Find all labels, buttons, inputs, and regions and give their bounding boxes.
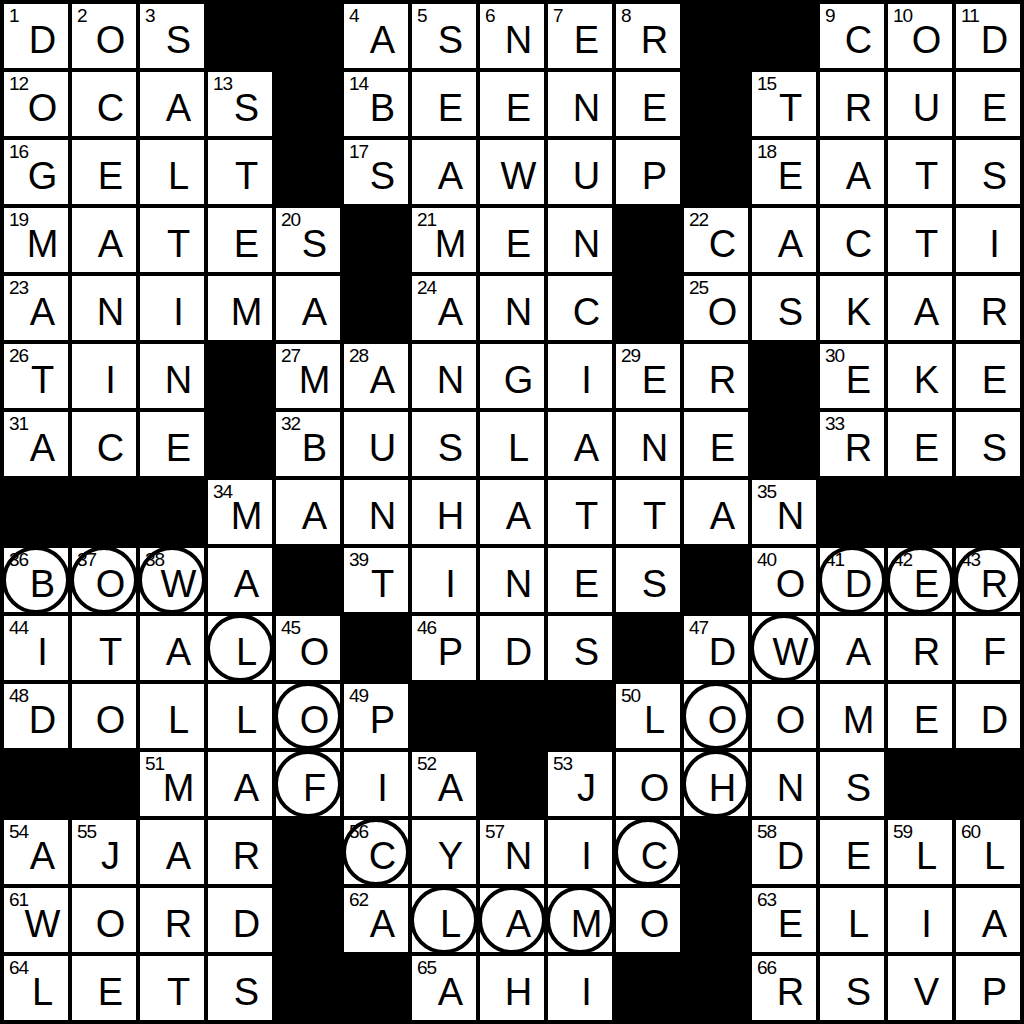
- fill-letter: L: [221, 697, 272, 743]
- cell-r13c14[interactable]: 59L: [888, 820, 952, 884]
- cell-r3c1[interactable]: 16G: [4, 140, 68, 204]
- cell-r11c12[interactable]: O: [752, 684, 816, 748]
- cell-r1c9[interactable]: 7E: [548, 4, 612, 68]
- cell-r15c7[interactable]: 65A: [412, 956, 476, 1020]
- cell-r12c4[interactable]: A: [208, 752, 272, 816]
- fill-letter: E: [901, 697, 952, 743]
- cell-r14c3[interactable]: R: [140, 888, 204, 952]
- cell-r10c1[interactable]: 44I: [4, 616, 68, 680]
- cell-r15c12[interactable]: 66R: [752, 956, 816, 1020]
- fill-letter: K: [901, 357, 952, 403]
- cell-r4c12[interactable]: A: [752, 208, 816, 272]
- cell-r12c7[interactable]: 52A: [412, 752, 476, 816]
- cell-r13c1[interactable]: 54A: [4, 820, 68, 884]
- cell-r8c9[interactable]: T: [548, 480, 612, 544]
- cell-r14c2[interactable]: O: [72, 888, 136, 952]
- cell-r13c13[interactable]: E: [820, 820, 884, 884]
- fill-letter: E: [425, 85, 476, 131]
- fill-letter: T: [153, 969, 204, 1015]
- fill-letter: I: [901, 901, 952, 947]
- cell-r9c1[interactable]: 36B: [4, 548, 68, 612]
- cell-r7c6[interactable]: U: [344, 412, 408, 476]
- cell-r10c11[interactable]: 47D: [684, 616, 748, 680]
- clue-number: 38: [145, 548, 164, 572]
- black-square-r11c9: [548, 684, 612, 748]
- cell-r5c9[interactable]: C: [548, 276, 612, 340]
- cell-r15c4[interactable]: S: [208, 956, 272, 1020]
- cell-r7c3[interactable]: E: [140, 412, 204, 476]
- cell-r1c6[interactable]: 4A: [344, 4, 408, 68]
- cell-r1c15[interactable]: 11D: [956, 4, 1020, 68]
- cell-r8c7[interactable]: H: [412, 480, 476, 544]
- fill-letter: H: [425, 493, 476, 539]
- cell-r15c2[interactable]: E: [72, 956, 136, 1020]
- black-square-r1c4: [208, 4, 272, 68]
- cell-r4c14[interactable]: T: [888, 208, 952, 272]
- cell-r13c4[interactable]: R: [208, 820, 272, 884]
- cell-r13c3[interactable]: A: [140, 820, 204, 884]
- black-square-r12c1: [4, 752, 68, 816]
- cell-r2c12[interactable]: 15T: [752, 72, 816, 136]
- black-square-r11c8: [480, 684, 544, 748]
- cell-r9c10[interactable]: S: [616, 548, 680, 612]
- cell-r11c13[interactable]: M: [820, 684, 884, 748]
- cell-r2c13[interactable]: R: [820, 72, 884, 136]
- cell-r1c13[interactable]: 9C: [820, 4, 884, 68]
- black-square-r14c5: [276, 888, 340, 952]
- cell-r9c2[interactable]: 37O: [72, 548, 136, 612]
- cell-r9c8[interactable]: N: [480, 548, 544, 612]
- cell-r11c2[interactable]: O: [72, 684, 136, 748]
- cell-r14c13[interactable]: L: [820, 888, 884, 952]
- cell-r10c14[interactable]: R: [888, 616, 952, 680]
- cell-r11c11[interactable]: O: [684, 684, 748, 748]
- fill-letter: O: [697, 697, 748, 743]
- clue-number: 30: [825, 344, 844, 368]
- cell-r4c8[interactable]: E: [480, 208, 544, 272]
- cell-r13c6[interactable]: 56C: [344, 820, 408, 884]
- clue-number: 31: [9, 412, 28, 436]
- cell-r15c14[interactable]: V: [888, 956, 952, 1020]
- clue-number: 1: [9, 4, 19, 28]
- cell-r3c15[interactable]: S: [956, 140, 1020, 204]
- fill-letter: A: [357, 17, 408, 63]
- cell-r9c3[interactable]: 38W: [140, 548, 204, 612]
- cell-r11c1[interactable]: 48D: [4, 684, 68, 748]
- fill-letter: N: [493, 17, 544, 63]
- cell-r4c3[interactable]: T: [140, 208, 204, 272]
- cell-r6c11[interactable]: R: [684, 344, 748, 408]
- clue-number: 55: [77, 820, 96, 844]
- cell-r14c15[interactable]: A: [956, 888, 1020, 952]
- fill-letter: N: [493, 289, 544, 335]
- fill-letter: L: [833, 901, 884, 947]
- black-square-r7c12: [752, 412, 816, 476]
- cell-r14c12[interactable]: 63E: [752, 888, 816, 952]
- fill-letter: W: [765, 629, 816, 675]
- cell-r4c11[interactable]: 22C: [684, 208, 748, 272]
- fill-letter: F: [969, 629, 1020, 675]
- fill-letter: L: [493, 425, 544, 471]
- fill-letter: E: [697, 425, 748, 471]
- cell-r2c4[interactable]: 13S: [208, 72, 272, 136]
- cell-r12c11[interactable]: H: [684, 752, 748, 816]
- fill-letter: N: [765, 765, 816, 811]
- cell-r6c15[interactable]: E: [956, 344, 1020, 408]
- cell-r7c5[interactable]: 32B: [276, 412, 340, 476]
- cell-r1c1[interactable]: 1D: [4, 4, 68, 68]
- clue-number: 40: [757, 548, 776, 572]
- cell-r8c6[interactable]: N: [344, 480, 408, 544]
- cell-r14c9[interactable]: M: [548, 888, 612, 952]
- cell-r11c14[interactable]: E: [888, 684, 952, 748]
- cell-r2c15[interactable]: E: [956, 72, 1020, 136]
- fill-letter: I: [561, 833, 612, 879]
- cell-r15c8[interactable]: H: [480, 956, 544, 1020]
- clue-number: 26: [9, 344, 28, 368]
- black-square-r10c10: [616, 616, 680, 680]
- cell-r10c5[interactable]: 45O: [276, 616, 340, 680]
- cell-r3c8[interactable]: W: [480, 140, 544, 204]
- cell-r10c13[interactable]: A: [820, 616, 884, 680]
- clue-number: 8: [621, 4, 631, 28]
- fill-letter: K: [833, 289, 884, 335]
- cell-r14c4[interactable]: D: [208, 888, 272, 952]
- fill-letter: W: [493, 153, 544, 199]
- cell-r6c8[interactable]: G: [480, 344, 544, 408]
- cell-r2c14[interactable]: U: [888, 72, 952, 136]
- cell-r9c15[interactable]: 43R: [956, 548, 1020, 612]
- cell-r9c7[interactable]: I: [412, 548, 476, 612]
- cell-r8c5[interactable]: A: [276, 480, 340, 544]
- cell-r14c1[interactable]: 61W: [4, 888, 68, 952]
- cell-r15c1[interactable]: 64L: [4, 956, 68, 1020]
- cell-r3c12[interactable]: 18E: [752, 140, 816, 204]
- cell-r13c8[interactable]: 57N: [480, 820, 544, 884]
- black-square-r8c3: [140, 480, 204, 544]
- clue-number: 14: [349, 72, 368, 96]
- black-square-r10c6: [344, 616, 408, 680]
- cell-r13c15[interactable]: 60L: [956, 820, 1020, 884]
- cell-r11c5[interactable]: O: [276, 684, 340, 748]
- cell-r15c13[interactable]: S: [820, 956, 884, 1020]
- cell-r3c10[interactable]: P: [616, 140, 680, 204]
- cell-r11c10[interactable]: 50L: [616, 684, 680, 748]
- fill-letter: R: [697, 357, 748, 403]
- fill-letter: E: [901, 425, 952, 471]
- cell-r6c7[interactable]: N: [412, 344, 476, 408]
- fill-letter: N: [561, 85, 612, 131]
- fill-letter: A: [697, 493, 748, 539]
- cell-r9c12[interactable]: 40O: [752, 548, 816, 612]
- cell-r7c1[interactable]: 31A: [4, 412, 68, 476]
- clue-number: 61: [9, 888, 28, 912]
- cell-r11c15[interactable]: D: [956, 684, 1020, 748]
- black-square-r4c10: [616, 208, 680, 272]
- cell-r5c5[interactable]: A: [276, 276, 340, 340]
- fill-letter: O: [85, 17, 136, 63]
- cell-r2c3[interactable]: A: [140, 72, 204, 136]
- fill-letter: P: [629, 153, 680, 199]
- cell-r5c14[interactable]: A: [888, 276, 952, 340]
- fill-letter: A: [833, 629, 884, 675]
- cell-r6c2[interactable]: I: [72, 344, 136, 408]
- cell-r5c11[interactable]: 25O: [684, 276, 748, 340]
- clue-number: 43: [961, 548, 980, 572]
- fill-letter: A: [289, 493, 340, 539]
- cell-r4c9[interactable]: N: [548, 208, 612, 272]
- black-square-r12c8: [480, 752, 544, 816]
- cell-r6c13[interactable]: 30E: [820, 344, 884, 408]
- clue-number: 33: [825, 412, 844, 436]
- cell-r11c4[interactable]: L: [208, 684, 272, 748]
- cell-r14c10[interactable]: O: [616, 888, 680, 952]
- cell-r13c10[interactable]: C: [616, 820, 680, 884]
- cell-r9c6[interactable]: 39T: [344, 548, 408, 612]
- fill-letter: A: [425, 153, 476, 199]
- fill-letter: R: [901, 629, 952, 675]
- cell-r7c9[interactable]: A: [548, 412, 612, 476]
- cell-r8c8[interactable]: A: [480, 480, 544, 544]
- cell-r14c14[interactable]: I: [888, 888, 952, 952]
- cell-r9c4[interactable]: A: [208, 548, 272, 612]
- clue-number: 37: [77, 548, 96, 572]
- fill-letter: R: [221, 833, 272, 879]
- fill-letter: U: [561, 153, 612, 199]
- cell-r3c6[interactable]: 17S: [344, 140, 408, 204]
- fill-letter: N: [629, 425, 680, 471]
- clue-number: 65: [417, 956, 436, 980]
- cell-r8c12[interactable]: 35N: [752, 480, 816, 544]
- cell-r5c4[interactable]: M: [208, 276, 272, 340]
- cell-r3c13[interactable]: A: [820, 140, 884, 204]
- fill-letter: S: [833, 969, 884, 1015]
- black-square-r7c4: [208, 412, 272, 476]
- fill-letter: N: [561, 221, 612, 267]
- fill-letter: S: [629, 561, 680, 607]
- black-square-r13c5: [276, 820, 340, 884]
- clue-number: 53: [553, 752, 572, 776]
- fill-letter: R: [153, 901, 204, 947]
- cell-r3c9[interactable]: U: [548, 140, 612, 204]
- cell-r9c13[interactable]: 41D: [820, 548, 884, 612]
- cell-r13c2[interactable]: 55J: [72, 820, 136, 884]
- cell-r10c8[interactable]: D: [480, 616, 544, 680]
- cell-r15c3[interactable]: T: [140, 956, 204, 1020]
- black-square-r13c11: [684, 820, 748, 884]
- cell-r6c6[interactable]: 28A: [344, 344, 408, 408]
- fill-letter: R: [833, 85, 884, 131]
- cell-r5c8[interactable]: N: [480, 276, 544, 340]
- black-square-r1c11: [684, 4, 748, 68]
- clue-number: 50: [621, 684, 640, 708]
- cell-r4c4[interactable]: E: [208, 208, 272, 272]
- cell-r6c9[interactable]: I: [548, 344, 612, 408]
- cell-r8c11[interactable]: A: [684, 480, 748, 544]
- cell-r14c8[interactable]: A: [480, 888, 544, 952]
- cell-r13c9[interactable]: I: [548, 820, 612, 884]
- cell-r4c7[interactable]: 21M: [412, 208, 476, 272]
- fill-letter: A: [221, 561, 272, 607]
- cell-r4c5[interactable]: 20S: [276, 208, 340, 272]
- cell-r10c9[interactable]: S: [548, 616, 612, 680]
- clue-number: 23: [9, 276, 28, 300]
- fill-letter: S: [765, 289, 816, 335]
- cell-r3c14[interactable]: T: [888, 140, 952, 204]
- black-square-r3c11: [684, 140, 748, 204]
- clue-number: 12: [9, 72, 28, 96]
- cell-r6c14[interactable]: K: [888, 344, 952, 408]
- cell-r11c6[interactable]: 49P: [344, 684, 408, 748]
- cell-r7c2[interactable]: C: [72, 412, 136, 476]
- cell-r5c3[interactable]: I: [140, 276, 204, 340]
- cell-r13c12[interactable]: 58D: [752, 820, 816, 884]
- clue-number: 19: [9, 208, 28, 232]
- cell-r7c7[interactable]: S: [412, 412, 476, 476]
- fill-letter: O: [85, 901, 136, 947]
- cell-r6c1[interactable]: 26T: [4, 344, 68, 408]
- clue-number: 11: [961, 4, 979, 28]
- cell-r7c11[interactable]: E: [684, 412, 748, 476]
- clue-number: 41: [825, 548, 844, 572]
- cell-r4c15[interactable]: I: [956, 208, 1020, 272]
- fill-letter: M: [833, 697, 884, 743]
- fill-letter: S: [561, 629, 612, 675]
- cell-r3c4[interactable]: T: [208, 140, 272, 204]
- cell-r14c7[interactable]: L: [412, 888, 476, 952]
- cell-r4c2[interactable]: A: [72, 208, 136, 272]
- cell-r7c14[interactable]: E: [888, 412, 952, 476]
- black-square-r6c12: [752, 344, 816, 408]
- fill-letter: A: [153, 629, 204, 675]
- cell-r2c6[interactable]: 14B: [344, 72, 408, 136]
- cell-r10c4[interactable]: L: [208, 616, 272, 680]
- cell-r3c2[interactable]: E: [72, 140, 136, 204]
- fill-letter: S: [969, 425, 1020, 471]
- cell-r1c2[interactable]: 2O: [72, 4, 136, 68]
- cell-r13c7[interactable]: Y: [412, 820, 476, 884]
- fill-letter: I: [561, 969, 612, 1015]
- cell-r2c7[interactable]: E: [412, 72, 476, 136]
- cell-r10c12[interactable]: W: [752, 616, 816, 680]
- cell-r6c5[interactable]: 27M: [276, 344, 340, 408]
- clue-number: 46: [417, 616, 436, 640]
- cell-r5c12[interactable]: S: [752, 276, 816, 340]
- cell-r9c9[interactable]: E: [548, 548, 612, 612]
- cell-r4c13[interactable]: C: [820, 208, 884, 272]
- clue-number: 2: [77, 4, 87, 28]
- cell-r2c10[interactable]: E: [616, 72, 680, 136]
- cell-r10c2[interactable]: T: [72, 616, 136, 680]
- cell-r12c9[interactable]: 53J: [548, 752, 612, 816]
- fill-letter: A: [969, 901, 1020, 947]
- clue-number: 6: [485, 4, 495, 28]
- cell-r3c3[interactable]: L: [140, 140, 204, 204]
- fill-letter: E: [153, 425, 204, 471]
- fill-letter: S: [425, 425, 476, 471]
- cell-r12c13[interactable]: S: [820, 752, 884, 816]
- cell-r12c5[interactable]: F: [276, 752, 340, 816]
- cell-r10c3[interactable]: A: [140, 616, 204, 680]
- clue-number: 48: [9, 684, 28, 708]
- cell-r2c2[interactable]: C: [72, 72, 136, 136]
- cell-r7c13[interactable]: 33R: [820, 412, 884, 476]
- cell-r9c14[interactable]: 42E: [888, 548, 952, 612]
- clue-number: 24: [417, 276, 436, 300]
- cell-r1c10[interactable]: 8R: [616, 4, 680, 68]
- cell-r2c8[interactable]: E: [480, 72, 544, 136]
- cell-r2c9[interactable]: N: [548, 72, 612, 136]
- cell-r8c4[interactable]: 34M: [208, 480, 272, 544]
- cell-r10c15[interactable]: F: [956, 616, 1020, 680]
- black-square-r1c12: [752, 4, 816, 68]
- cell-r6c10[interactable]: 29E: [616, 344, 680, 408]
- black-square-r6c4: [208, 344, 272, 408]
- fill-letter: D: [493, 629, 544, 675]
- fill-letter: E: [561, 561, 612, 607]
- clue-number: 39: [349, 548, 368, 572]
- cell-r14c6[interactable]: 62A: [344, 888, 408, 952]
- clue-number: 45: [281, 616, 300, 640]
- fill-letter: E: [969, 357, 1020, 403]
- cell-r1c7[interactable]: 5S: [412, 4, 476, 68]
- fill-letter: I: [357, 765, 408, 811]
- black-square-r5c6: [344, 276, 408, 340]
- cell-r12c3[interactable]: 51M: [140, 752, 204, 816]
- cell-r15c9[interactable]: I: [548, 956, 612, 1020]
- cell-r4c1[interactable]: 19M: [4, 208, 68, 272]
- fill-letter: I: [425, 561, 476, 607]
- cell-r1c14[interactable]: 10O: [888, 4, 952, 68]
- cell-r12c6[interactable]: I: [344, 752, 408, 816]
- cell-r5c13[interactable]: K: [820, 276, 884, 340]
- fill-letter: S: [833, 765, 884, 811]
- clue-number: 10: [893, 4, 912, 28]
- black-square-r11c7: [412, 684, 476, 748]
- fill-letter: I: [561, 357, 612, 403]
- cell-r6c3[interactable]: N: [140, 344, 204, 408]
- cell-r12c12[interactable]: N: [752, 752, 816, 816]
- fill-letter: E: [833, 833, 884, 879]
- cell-r12c10[interactable]: O: [616, 752, 680, 816]
- cell-r2c1[interactable]: 12O: [4, 72, 68, 136]
- cell-r5c15[interactable]: R: [956, 276, 1020, 340]
- cell-r7c8[interactable]: L: [480, 412, 544, 476]
- black-square-r1c5: [276, 4, 340, 68]
- cell-r10c7[interactable]: 46P: [412, 616, 476, 680]
- cell-r5c1[interactable]: 23A: [4, 276, 68, 340]
- cell-r7c15[interactable]: S: [956, 412, 1020, 476]
- fill-letter: N: [85, 289, 136, 335]
- clue-number: 28: [349, 344, 368, 368]
- cell-r1c8[interactable]: 6N: [480, 4, 544, 68]
- clue-number: 18: [757, 140, 776, 164]
- fill-letter: G: [493, 357, 544, 403]
- cell-r15c15[interactable]: P: [956, 956, 1020, 1020]
- cell-r11c3[interactable]: L: [140, 684, 204, 748]
- cell-r5c7[interactable]: 24A: [412, 276, 476, 340]
- clue-number: 58: [757, 820, 776, 844]
- cell-r1c3[interactable]: 3S: [140, 4, 204, 68]
- cell-r3c7[interactable]: A: [412, 140, 476, 204]
- cell-r8c10[interactable]: T: [616, 480, 680, 544]
- clue-number: 7: [553, 4, 563, 28]
- fill-letter: L: [425, 901, 476, 947]
- cell-r7c10[interactable]: N: [616, 412, 680, 476]
- fill-letter: E: [561, 17, 612, 63]
- cell-r5c2[interactable]: N: [72, 276, 136, 340]
- clue-number: 3: [145, 4, 155, 28]
